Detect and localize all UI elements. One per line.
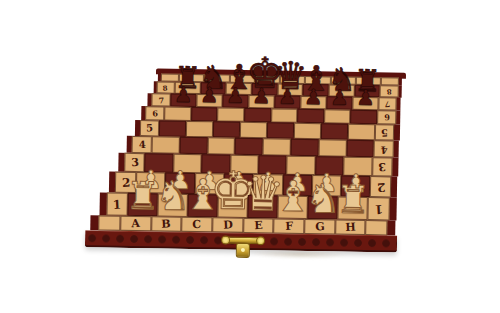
square-g6[interactable]	[324, 109, 351, 123]
rank-label-text: 6	[384, 113, 390, 121]
rank-label-text: 8	[163, 84, 168, 91]
square-e5[interactable]	[267, 122, 294, 138]
rank-label-right-7: 7	[378, 97, 397, 110]
rank-label-right-5: 5	[375, 124, 394, 140]
rank-label-left-4: 4	[132, 136, 152, 153]
file-label-a: A	[120, 216, 151, 232]
square-a4[interactable]	[152, 136, 180, 153]
square-a6[interactable]	[164, 106, 191, 120]
square-e4[interactable]	[263, 138, 291, 155]
rank-label-text: 7	[158, 96, 164, 104]
rank-label-left-7: 7	[152, 93, 171, 106]
black-pawn-b7[interactable]: ♟	[200, 85, 219, 106]
square-f5[interactable]	[294, 123, 321, 139]
file-label-text: C	[192, 219, 201, 230]
square-a1[interactable]: ♜	[127, 193, 157, 217]
black-pawn-f7[interactable]: ♟	[304, 87, 323, 108]
square-h7[interactable]: ♟	[352, 97, 378, 110]
black-pawn-d7[interactable]: ♟	[252, 86, 271, 107]
rank-label-right-4: 4	[374, 140, 394, 157]
black-pawn-a7[interactable]: ♟	[174, 85, 193, 106]
chess-board: 8♜♞♝♚♛♝♞♜87♟♟♟♟♟♟♟♟7665544332♟♟♟♟♟♟♟♟21♜…	[3, 0, 500, 4]
file-label-b: B	[151, 216, 182, 232]
file-label-text: D	[223, 219, 233, 230]
rank-label-left-5: 5	[140, 120, 159, 136]
rank-label-text: 1	[113, 198, 122, 210]
square-g7[interactable]: ♟	[326, 96, 352, 109]
file-label-d: D	[212, 217, 243, 233]
black-pawn-h7[interactable]: ♟	[356, 88, 375, 109]
square-b7[interactable]: ♟	[196, 94, 222, 107]
square-g5[interactable]	[321, 123, 348, 139]
rank-label-text: 4	[380, 144, 387, 154]
square-a7[interactable]: ♟	[170, 94, 196, 107]
square-d7[interactable]: ♟	[248, 95, 274, 108]
rank-label-text: 3	[378, 161, 386, 172]
square-e6[interactable]	[271, 108, 298, 122]
corner-cell	[99, 215, 121, 230]
file-label-text: B	[161, 218, 171, 229]
rank-label-text: 2	[376, 181, 385, 193]
rank-label-right-8: 8	[380, 85, 398, 97]
square-f4[interactable]	[291, 139, 319, 156]
file-label-text: F	[285, 220, 293, 231]
square-h4[interactable]	[346, 140, 374, 157]
rank-label-right-1: 1	[368, 197, 390, 220]
file-label-f: F	[274, 218, 305, 234]
white-rook-h1[interactable]: ♜	[336, 181, 371, 220]
file-label-text: H	[345, 221, 356, 233]
file-label-text: E	[254, 220, 263, 231]
brass-latch-icon	[222, 235, 264, 263]
square-e7[interactable]: ♟	[274, 95, 300, 108]
square-h6[interactable]	[351, 110, 378, 124]
rank-label-left-6: 6	[145, 106, 164, 120]
corner-cell	[366, 220, 388, 235]
square-c4[interactable]	[207, 137, 235, 154]
square-d5[interactable]	[240, 122, 267, 138]
square-f6[interactable]	[297, 109, 324, 123]
black-pawn-c7[interactable]: ♟	[226, 86, 245, 107]
square-d6[interactable]	[244, 108, 271, 122]
rank-label-text: 7	[385, 100, 391, 108]
file-label-text: A	[131, 218, 140, 229]
rank-label-left-8: 8	[156, 81, 174, 93]
latch-clasp	[236, 243, 250, 258]
rank-label-text: 5	[145, 123, 152, 133]
chess-set-photo: 8♜♞♝♚♛♝♞♜87♟♟♟♟♟♟♟♟7665544332♟♟♟♟♟♟♟♟21♜…	[0, 0, 500, 313]
square-g4[interactable]	[318, 139, 346, 156]
square-f7[interactable]: ♟	[300, 96, 326, 109]
rank-label-text: 5	[381, 127, 388, 137]
file-label-c: C	[182, 217, 213, 233]
file-label-h: H	[335, 219, 366, 235]
rank-label-text: 1	[374, 203, 383, 215]
square-a5[interactable]	[159, 120, 186, 136]
square-b4[interactable]	[179, 137, 207, 154]
black-pawn-g7[interactable]: ♟	[330, 87, 349, 108]
rank-label-right-2: 2	[370, 176, 391, 197]
rank-label-text: 8	[387, 88, 392, 95]
rank-label-text: 4	[138, 139, 145, 149]
square-d4[interactable]	[235, 138, 263, 155]
file-label-text: G	[315, 221, 325, 232]
rank-label-text: 6	[152, 109, 158, 117]
square-h5[interactable]	[348, 124, 375, 140]
square-g1[interactable]: ♞	[308, 196, 338, 220]
square-c5[interactable]	[213, 121, 240, 137]
square-c7[interactable]: ♟	[222, 95, 248, 108]
black-pawn-e7[interactable]: ♟	[278, 86, 297, 107]
rank-label-right-3: 3	[372, 157, 392, 176]
square-f1[interactable]: ♝	[278, 195, 308, 219]
rank-label-right-6: 6	[377, 110, 396, 124]
square-h1[interactable]: ♜	[338, 197, 368, 221]
file-label-g: G	[304, 219, 335, 235]
file-label-e: E	[243, 218, 274, 234]
square-c6[interactable]	[217, 107, 244, 121]
square-b6[interactable]	[191, 107, 218, 121]
photo-canvas: 8♜♞♝♚♛♝♞♜87♟♟♟♟♟♟♟♟7665544332♟♟♟♟♟♟♟♟21♜…	[0, 0, 500, 313]
rank-label-text: 3	[131, 157, 139, 168]
square-b5[interactable]	[186, 121, 213, 137]
